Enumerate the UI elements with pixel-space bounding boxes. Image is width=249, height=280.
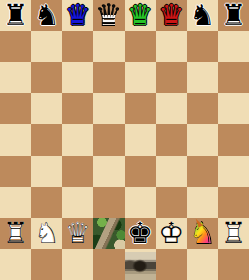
square-a6[interactable] [0, 93, 31, 124]
square-h2[interactable]: ♜♖ [218, 218, 249, 249]
square-f5[interactable] [156, 124, 187, 155]
square-a8[interactable] [0, 31, 31, 62]
square-b2[interactable]: ♞♘ [31, 218, 62, 249]
black-rook: ♜ [220, 1, 246, 30]
black-knight: ♞ [34, 1, 60, 30]
square-f1[interactable] [156, 249, 187, 280]
square-c6[interactable] [62, 93, 93, 124]
black-knight: ♞ [189, 1, 215, 30]
black-queen-striped: ♛♛ [93, 0, 124, 31]
black-king: ♚ [127, 219, 153, 248]
square-d1[interactable] [93, 249, 124, 280]
square-f4[interactable] [156, 156, 187, 187]
square-a1[interactable] [0, 249, 31, 280]
square-d8[interactable] [93, 31, 124, 62]
square-h8[interactable] [218, 31, 249, 62]
square-e1[interactable] [125, 249, 156, 280]
square-g8[interactable] [187, 31, 218, 62]
square-c7[interactable] [62, 62, 93, 93]
square-g4[interactable] [187, 156, 218, 187]
square-e9[interactable]: ♛ [125, 0, 156, 31]
square-b1[interactable] [31, 249, 62, 280]
square-g5[interactable] [187, 124, 218, 155]
square-g7[interactable] [187, 62, 218, 93]
square-d9[interactable]: ♛♛ [93, 0, 124, 31]
white-rook: ♜♖ [0, 218, 31, 249]
white-knight: ♞♘ [31, 218, 62, 249]
chessboard: ♜♞♛♛♛♛♛♞♜♜♖♞♘♛♕♚♚♔♞♞♜♖ [0, 0, 249, 280]
blue-queen: ♛ [65, 1, 91, 30]
square-e6[interactable] [125, 93, 156, 124]
square-a3[interactable] [0, 187, 31, 218]
square-c1[interactable] [62, 249, 93, 280]
square-d3[interactable] [93, 187, 124, 218]
square-d7[interactable] [93, 62, 124, 93]
square-f9[interactable]: ♛ [156, 0, 187, 31]
green-queen: ♛ [127, 1, 153, 30]
square-a5[interactable] [0, 124, 31, 155]
square-f2[interactable]: ♚♔ [156, 218, 187, 249]
square-f8[interactable] [156, 31, 187, 62]
square-b5[interactable] [31, 124, 62, 155]
square-b6[interactable] [31, 93, 62, 124]
square-e3[interactable] [125, 187, 156, 218]
square-g3[interactable] [187, 187, 218, 218]
square-e2[interactable]: ♚ [125, 218, 156, 249]
square-e5[interactable] [125, 124, 156, 155]
black-rook: ♜ [3, 1, 29, 30]
square-c2[interactable]: ♛♕ [62, 218, 93, 249]
square-c4[interactable] [62, 156, 93, 187]
white-queen: ♛♕ [62, 218, 93, 249]
square-e8[interactable] [125, 31, 156, 62]
square-g1[interactable] [187, 249, 218, 280]
square-b4[interactable] [31, 156, 62, 187]
rainbow-unicorn-knight: ♞♞ [187, 218, 218, 249]
square-g9[interactable]: ♞ [187, 0, 218, 31]
square-d5[interactable] [93, 124, 124, 155]
square-a9[interactable]: ♜ [0, 0, 31, 31]
square-c5[interactable] [62, 124, 93, 155]
square-g2[interactable]: ♞♞ [187, 218, 218, 249]
square-h3[interactable] [218, 187, 249, 218]
square-c9[interactable]: ♛ [62, 0, 93, 31]
square-h5[interactable] [218, 124, 249, 155]
square-h7[interactable] [218, 62, 249, 93]
square-f3[interactable] [156, 187, 187, 218]
square-a4[interactable] [0, 156, 31, 187]
square-d4[interactable] [93, 156, 124, 187]
tank-photo-piece [125, 252, 156, 280]
square-f6[interactable] [156, 93, 187, 124]
square-h1[interactable] [218, 249, 249, 280]
square-h6[interactable] [218, 93, 249, 124]
white-king: ♚♔ [156, 218, 187, 249]
square-f7[interactable] [156, 62, 187, 93]
square-h4[interactable] [218, 156, 249, 187]
square-d6[interactable] [93, 93, 124, 124]
square-b7[interactable] [31, 62, 62, 93]
square-b8[interactable] [31, 31, 62, 62]
square-e4[interactable] [125, 156, 156, 187]
white-rook: ♜♖ [218, 218, 249, 249]
square-b9[interactable]: ♞ [31, 0, 62, 31]
square-c3[interactable] [62, 187, 93, 218]
square-h9[interactable]: ♜ [218, 0, 249, 31]
square-b3[interactable] [31, 187, 62, 218]
square-e7[interactable] [125, 62, 156, 93]
square-a7[interactable] [0, 62, 31, 93]
square-g6[interactable] [187, 93, 218, 124]
square-a2[interactable]: ♜♖ [0, 218, 31, 249]
square-c8[interactable] [62, 31, 93, 62]
square-d2[interactable] [93, 218, 124, 249]
jungle-foliage-photo-piece [93, 218, 124, 249]
red-queen: ♛ [158, 1, 184, 30]
